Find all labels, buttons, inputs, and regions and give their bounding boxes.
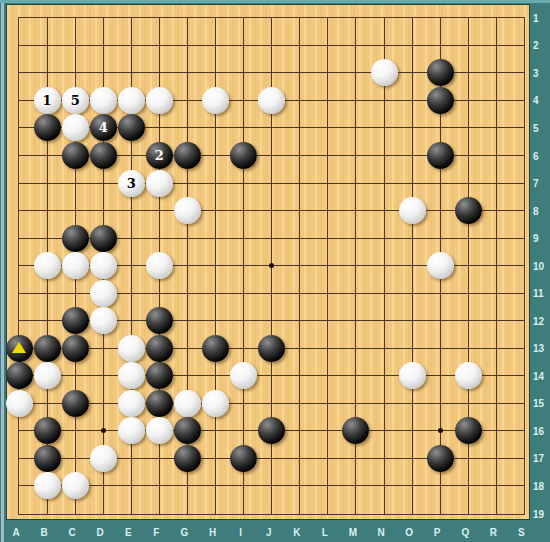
stone-black-A14[interactable] — [6, 362, 33, 389]
row-label-17: 17 — [533, 453, 550, 464]
row-label-16: 16 — [533, 426, 550, 437]
stone-black-P3[interactable] — [427, 59, 454, 86]
row-label-4: 4 — [533, 95, 550, 106]
stone-black-P17[interactable] — [427, 445, 454, 472]
grid-line — [412, 18, 413, 514]
col-label-E: E — [120, 527, 136, 538]
stone-white-E14[interactable] — [118, 362, 145, 389]
col-label-L: L — [317, 527, 333, 538]
stone-black-B5[interactable] — [34, 114, 61, 141]
stone-white-B4[interactable]: 1 — [34, 87, 61, 114]
stone-black-C6[interactable] — [62, 142, 89, 169]
col-label-P: P — [429, 527, 445, 538]
stone-white-E4[interactable] — [118, 87, 145, 114]
col-label-I: I — [233, 527, 249, 538]
col-label-R: R — [485, 527, 501, 538]
col-label-Q: Q — [457, 527, 473, 538]
move-number-label: 4 — [90, 114, 117, 141]
move-number-label: 5 — [62, 87, 89, 114]
col-label-D: D — [92, 527, 108, 538]
stone-white-H4[interactable] — [202, 87, 229, 114]
stone-white-D11[interactable] — [90, 280, 117, 307]
row-label-10: 10 — [533, 261, 550, 272]
go-app-window: 15423ABCDEFGHIJKLMNOPQRS1234567891011121… — [0, 0, 550, 542]
stone-black-D6[interactable] — [90, 142, 117, 169]
stone-white-E7[interactable]: 3 — [118, 170, 145, 197]
col-label-S: S — [513, 527, 529, 538]
stone-white-D4[interactable] — [90, 87, 117, 114]
col-label-N: N — [373, 527, 389, 538]
stone-white-C4[interactable]: 5 — [62, 87, 89, 114]
stone-white-D17[interactable] — [90, 445, 117, 472]
row-label-13: 13 — [533, 343, 550, 354]
stone-white-F4[interactable] — [146, 87, 173, 114]
grid-line — [19, 403, 524, 404]
triangle-marker — [12, 342, 26, 353]
stone-white-B14[interactable] — [34, 362, 61, 389]
col-label-B: B — [36, 527, 52, 538]
stone-white-E16[interactable] — [118, 417, 145, 444]
stone-black-F6[interactable]: 2 — [146, 142, 173, 169]
stone-black-A13[interactable] — [6, 335, 33, 362]
stone-white-B18[interactable] — [34, 472, 61, 499]
stone-white-G8[interactable] — [174, 197, 201, 224]
stone-black-J13[interactable] — [258, 335, 285, 362]
window-edge-top-highlight — [0, 0, 550, 3]
stone-white-N3[interactable] — [371, 59, 398, 86]
stone-black-Q8[interactable] — [455, 197, 482, 224]
col-label-J: J — [261, 527, 277, 538]
stone-white-O14[interactable] — [399, 362, 426, 389]
stone-black-H13[interactable] — [202, 335, 229, 362]
move-number-label: 2 — [146, 142, 173, 169]
stone-black-C9[interactable] — [62, 225, 89, 252]
move-number-label: 3 — [118, 170, 145, 197]
grid-line — [19, 375, 524, 376]
stone-black-C12[interactable] — [62, 307, 89, 334]
stone-black-C13[interactable] — [62, 335, 89, 362]
grid-line — [327, 18, 328, 514]
stone-white-E15[interactable] — [118, 390, 145, 417]
row-label-1: 1 — [533, 13, 550, 24]
stone-white-G15[interactable] — [174, 390, 201, 417]
row-label-14: 14 — [533, 371, 550, 382]
col-label-H: H — [205, 527, 221, 538]
stone-black-I17[interactable] — [230, 445, 257, 472]
stone-black-C15[interactable] — [62, 390, 89, 417]
row-label-9: 9 — [533, 233, 550, 244]
row-label-19: 19 — [533, 509, 550, 520]
grid-line — [384, 18, 385, 514]
row-label-11: 11 — [533, 288, 550, 299]
move-number-label: 1 — [34, 87, 61, 114]
stone-black-F13[interactable] — [146, 335, 173, 362]
stone-black-Q16[interactable] — [455, 417, 482, 444]
stone-white-F10[interactable] — [146, 252, 173, 279]
grid-line — [496, 18, 497, 514]
row-label-2: 2 — [533, 40, 550, 51]
row-label-6: 6 — [533, 151, 550, 162]
col-label-O: O — [401, 527, 417, 538]
row-label-8: 8 — [533, 206, 550, 217]
stone-black-B17[interactable] — [34, 445, 61, 472]
stone-white-D10[interactable] — [90, 252, 117, 279]
stone-black-F12[interactable] — [146, 307, 173, 334]
col-label-K: K — [289, 527, 305, 538]
stone-white-C18[interactable] — [62, 472, 89, 499]
stone-black-P6[interactable] — [427, 142, 454, 169]
stone-white-F7[interactable] — [146, 170, 173, 197]
stone-black-D9[interactable] — [90, 225, 117, 252]
stone-black-B13[interactable] — [34, 335, 61, 362]
stone-white-C10[interactable] — [62, 252, 89, 279]
row-label-12: 12 — [533, 316, 550, 327]
stone-white-A15[interactable] — [6, 390, 33, 417]
row-label-7: 7 — [533, 178, 550, 189]
stone-white-D12[interactable] — [90, 307, 117, 334]
stone-black-G6[interactable] — [174, 142, 201, 169]
stone-black-B16[interactable] — [34, 417, 61, 444]
col-label-C: C — [64, 527, 80, 538]
grid-line — [299, 18, 300, 514]
stone-white-H15[interactable] — [202, 390, 229, 417]
stone-black-G17[interactable] — [174, 445, 201, 472]
stone-white-C5[interactable] — [62, 114, 89, 141]
stone-white-P10[interactable] — [427, 252, 454, 279]
stone-black-F14[interactable] — [146, 362, 173, 389]
row-label-18: 18 — [533, 481, 550, 492]
col-label-M: M — [345, 527, 361, 538]
window-edge-left-highlight — [1, 3, 4, 542]
stone-black-I6[interactable] — [230, 142, 257, 169]
stone-black-P4[interactable] — [427, 87, 454, 114]
col-label-F: F — [148, 527, 164, 538]
grid-line — [19, 485, 524, 486]
col-label-A: A — [8, 527, 24, 538]
row-label-3: 3 — [533, 68, 550, 79]
stone-white-Q14[interactable] — [455, 362, 482, 389]
stone-white-J4[interactable] — [258, 87, 285, 114]
stone-black-F15[interactable] — [146, 390, 173, 417]
stone-white-E13[interactable] — [118, 335, 145, 362]
row-label-5: 5 — [533, 123, 550, 134]
stone-white-B10[interactable] — [34, 252, 61, 279]
stone-white-O8[interactable] — [399, 197, 426, 224]
row-label-15: 15 — [533, 398, 550, 409]
col-label-G: G — [176, 527, 192, 538]
stone-black-D5[interactable]: 4 — [90, 114, 117, 141]
